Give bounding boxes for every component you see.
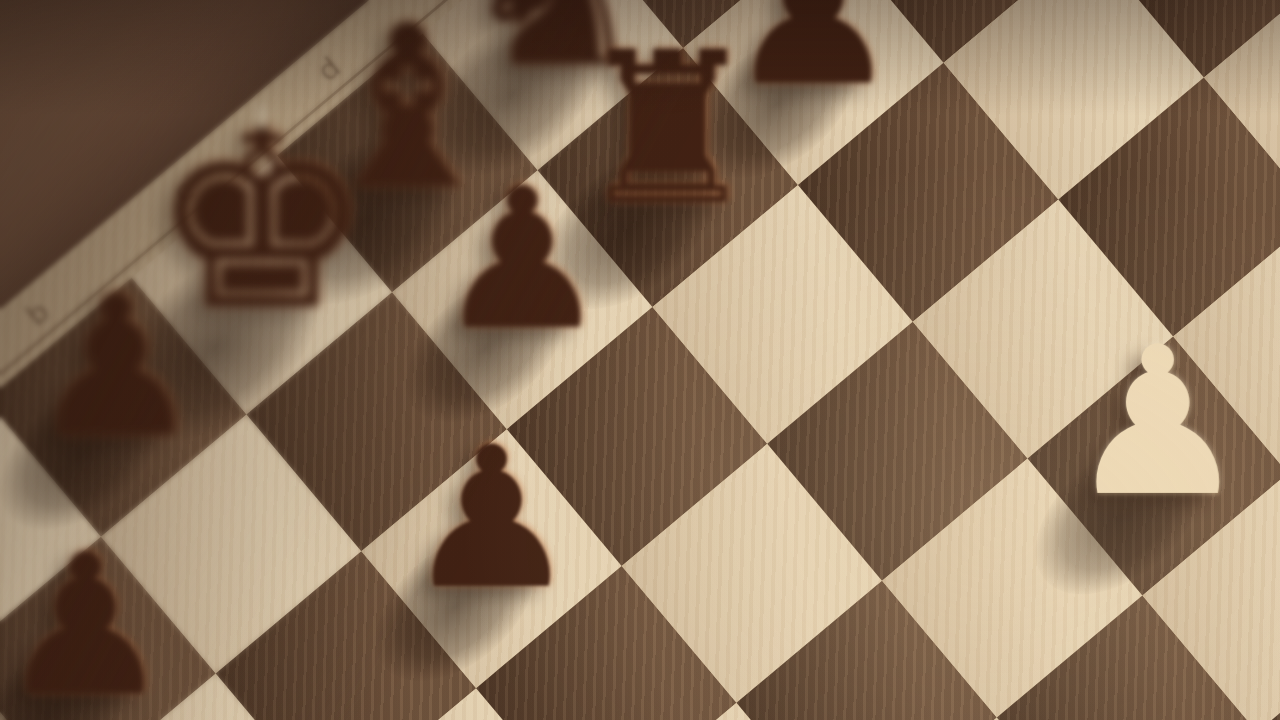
photo-scene: ♟♚♝♞♟♟♜♟♟♟ abcdefgh87654321 (0, 0, 1280, 720)
black-pawn-icon: ♟ (0, 528, 173, 720)
white-pawn-icon: ♟ (1066, 320, 1250, 525)
chess-board: ♟♚♝♞♟♟♜♟♟♟ abcdefgh87654321 (0, 0, 1280, 720)
black-pawn-icon: ♟ (404, 420, 579, 615)
black-pawn-icon: ♟ (29, 269, 204, 464)
black-pawn-icon: ♟ (435, 161, 610, 356)
board-grid: ♟♚♝♞♟♟♜♟♟♟ (0, 0, 1280, 720)
